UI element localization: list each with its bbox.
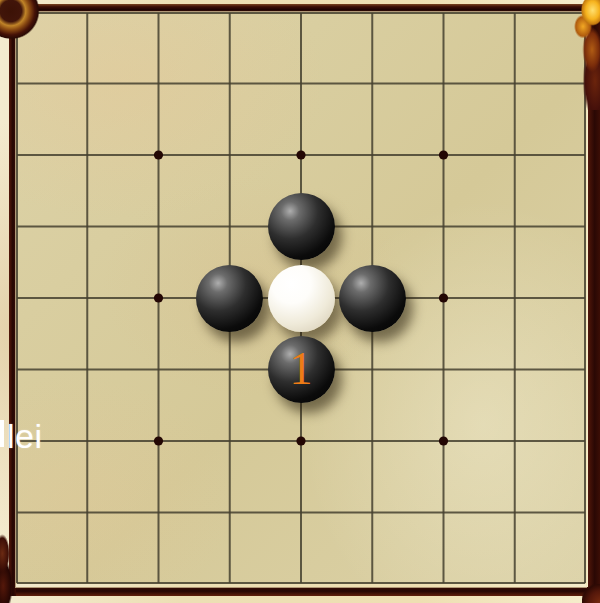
watermark-cut-letter [0, 420, 4, 447]
star-point [439, 436, 448, 445]
board-frame-top [0, 4, 600, 12]
watermark-text: lei [7, 419, 43, 453]
star-point [296, 436, 305, 445]
star-point [154, 436, 163, 445]
star-point [439, 150, 448, 159]
black-stone-E4[interactable]: 1 [268, 336, 335, 403]
board-frame-right [588, 0, 600, 603]
board-frame-left [9, 4, 16, 596]
black-stone-F5[interactable] [339, 265, 406, 332]
black-stone-E6[interactable] [268, 193, 335, 260]
watermark: lei [0, 419, 43, 453]
star-point [154, 293, 163, 302]
white-stone-E5[interactable] [268, 265, 335, 332]
go-app-window: 1 lei [0, 0, 600, 603]
move-number-label: 1 [268, 336, 335, 403]
board-frame-bottom [0, 587, 600, 596]
star-point [439, 293, 448, 302]
star-point [154, 150, 163, 159]
black-stone-D5[interactable] [196, 265, 263, 332]
star-point [296, 150, 305, 159]
